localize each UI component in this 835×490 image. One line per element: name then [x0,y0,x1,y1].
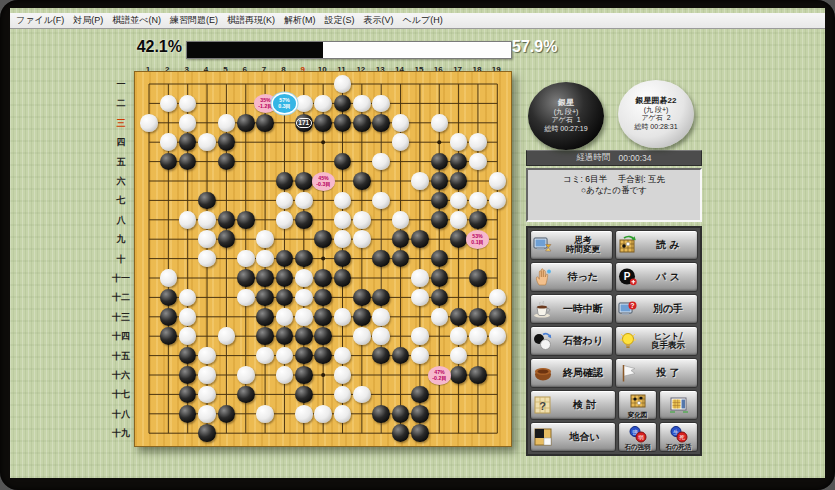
stone-black [334,114,352,132]
stone-white [256,230,274,248]
stone-life-death-button[interactable]: 生死石の死活 [659,422,698,452]
stone-white [334,230,352,248]
stone-white [489,289,507,307]
stone-white [160,133,178,151]
candidate-move-label: 53%0.1目 [466,230,489,249]
stone-white [450,211,468,229]
stone-white [469,192,487,210]
stone-white [411,172,429,190]
stone-white [334,75,352,93]
stone-white [372,327,390,345]
winrate-black-fill [187,42,323,58]
button-row: ?検 討変化図 [530,390,698,420]
candidate-move-label: 45%-0.3目 [312,172,335,191]
stone-black [276,327,294,345]
black-captures: アゲ石 1 [551,116,580,125]
alternative-move-button[interactable]: ?別の手 [615,294,698,324]
stone-black [353,289,371,307]
territory-button[interactable]: 地合い [530,422,616,452]
svg-text:弱: 弱 [638,434,644,440]
stone-black [411,405,429,423]
lightbulb-icon [618,331,638,351]
stone-white [256,347,274,365]
resign-button-label: 投 了 [641,368,695,379]
stone-black [314,347,332,365]
swap-stones-button-label: 石替わり [556,336,610,347]
winrate-bar [186,41,512,59]
stone-black [198,424,216,442]
row-label-4: 四 [112,136,130,149]
stone-white [372,308,390,326]
pause-button[interactable]: 一時中断 [530,294,613,324]
read-ahead-button-label: 読 み [641,240,695,251]
stone-black [179,405,197,423]
pass-icon: P [618,267,638,287]
end-confirm-button[interactable]: 終局確認 [530,358,613,388]
stone-white [295,95,313,113]
stone-white [392,133,410,151]
button-row: 待ったPパ ス [530,262,698,292]
stone-black [256,114,274,132]
stone-white [295,192,313,210]
stone-black [392,230,410,248]
stone-black [160,289,178,307]
svg-text:死: 死 [679,434,685,440]
stone-black [314,269,332,287]
stone-white [198,133,216,151]
stone-black [431,269,449,287]
stone-black [237,386,255,404]
stone-black [198,192,216,210]
read-ahead-button[interactable]: 読 み [615,230,698,260]
menu-item-1[interactable]: 対局(P) [73,14,103,27]
stone-white [489,327,507,345]
row-label-8: 八 [112,214,130,227]
menu-item-2[interactable]: 棋譜並べ(N) [112,14,161,27]
stone-white [256,250,274,268]
stone-black [431,172,449,190]
territory-icon [533,427,553,447]
stone-black [314,289,332,307]
row-label-7: 七 [112,194,130,207]
stone-black [314,327,332,345]
pause-button-label: 一時中断 [556,304,610,315]
pass-button[interactable]: Pパ ス [615,262,698,292]
turn-indicator-line: ○あなたの番です [528,185,700,196]
stone-black [469,366,487,384]
stone-black [256,289,274,307]
stone-white [334,308,352,326]
menu-item-6[interactable]: 設定(S) [325,14,355,27]
stone-life-death-button-label: 石の死活 [665,444,691,451]
stone-strength-button[interactable]: 強弱石の強弱 [618,422,657,452]
stone-black [392,424,410,442]
stone-black [295,172,313,190]
menu-item-4[interactable]: 棋譜再現(K) [227,14,275,27]
stone-black [314,114,332,132]
stone-white [353,211,371,229]
go-board[interactable]: 17135%-1.2目57%0.3目45%-0.3目53%0.1目47%-0.2… [134,71,512,447]
mini-board-icon [628,392,648,412]
stone-white [198,230,216,248]
stone-white [140,114,158,132]
stone-white [353,386,371,404]
stone-black [353,172,371,190]
stone-white [489,192,507,210]
stone-white [353,230,371,248]
stone-black [295,366,313,384]
black-player-panel: 銀星 (九 段+) アゲ石 1 総時 00:27:19 [528,82,604,150]
stone-black [450,172,468,190]
stone-black [353,114,371,132]
white-captures: アゲ石 2 [641,114,670,123]
stone-white [372,95,390,113]
stone-white [179,114,197,132]
stone-white [237,250,255,268]
white-player-panel: 銀星囲碁22 (九 段+) アゲ石 2 総時 00:28:31 [618,80,694,148]
stone-black [237,269,255,287]
stone-white [295,289,313,307]
app-screen: ファイル(F)対局(P)棋譜並べ(N)練習問題(E)棋譜再現(K)解析(M)設定… [10,8,825,478]
stone-white [295,269,313,287]
row-label-10: 十 [112,253,130,266]
stone-white [295,308,313,326]
stone-white [334,366,352,384]
variation-diagram-button[interactable]: 変化図 [618,390,657,420]
stone-white [489,172,507,190]
stone-black [295,211,313,229]
menu-item-5[interactable]: 解析(M) [284,14,316,27]
end-confirm-button-label: 終局確認 [556,368,610,379]
flag-icon [618,363,638,383]
white-player-rank: (九 段+) [644,106,669,115]
game-info-box: コミ: 6目半 手合割: 互先 ○あなたの番です [526,168,702,222]
stone-white [334,211,352,229]
stone-white [392,114,410,132]
stone-white [353,95,371,113]
stone-black [431,211,449,229]
swap-stones-icon [533,331,553,351]
stone-white [411,269,429,287]
row-label-9: 九 [112,233,130,246]
white-total-time: 総時 00:28:31 [634,123,677,132]
hint-button-label: ヒント/ 良手表示 [641,332,695,351]
button-row: 地合い強弱石の強弱生死石の死活 [530,422,698,452]
stone-black [450,308,468,326]
row-label-2: 二 [112,97,130,110]
board-question-icon: ? [533,395,553,415]
stone-black [218,405,236,423]
stone-black [218,133,236,151]
window-layout-icon [669,395,689,415]
elapsed-time-value: 00:00:34 [618,153,651,163]
stone-white [256,405,274,423]
komi-handicap-line: コミ: 6目半 手合割: 互先 [528,174,700,185]
stone-black [237,114,255,132]
hint-button[interactable]: ヒント/ 良手表示 [615,326,698,356]
undo-button[interactable]: 待った [530,262,613,292]
stone-white [179,308,197,326]
stone-white [411,347,429,365]
stone-black [431,192,449,210]
stone-black [160,327,178,345]
row-label-17: 十七 [112,388,130,401]
button-row: 一時中断?別の手 [530,294,698,324]
menu-item-8[interactable]: ヘルプ(H) [403,14,443,27]
coffee-icon [533,299,553,319]
row-label-11: 十一 [112,272,130,285]
stone-strength-button-label: 石の強弱 [624,444,650,451]
stone-black [372,114,390,132]
bowl-icon [533,363,553,383]
stone-white [431,308,449,326]
elapsed-time-bar: 経過時間 00:00:34 [526,150,702,166]
last-move-number-marker: 171 [295,114,313,132]
row-label-14: 十四 [112,330,130,343]
swap-stones-button[interactable]: 石替わり [530,326,613,356]
menu-item-3[interactable]: 練習問題(E) [170,14,218,27]
stone-black [431,289,449,307]
stone-white [276,366,294,384]
stone-black [218,211,236,229]
stone-black [160,308,178,326]
stone-white [218,114,236,132]
thinking-time-button-label: 思考 時間変更 [556,236,610,255]
stone-black [237,211,255,229]
stone-black [276,269,294,287]
stone-black [256,269,274,287]
variation-diagram-button-label: 変化図 [628,412,648,419]
stone-black [372,405,390,423]
row-label-18: 十八 [112,408,130,421]
stone-white [198,250,216,268]
button-row: 石替わりヒント/ 良手表示 [530,326,698,356]
stone-black [295,386,313,404]
stone-black [256,327,274,345]
stone-black [450,366,468,384]
stone-black [314,308,332,326]
resign-button[interactable]: 投 了 [615,358,698,388]
stone-black [256,308,274,326]
row-label-1: 一 [112,78,130,91]
stone-white [276,211,294,229]
candidate-move-label: 47%-0.2目 [428,366,451,385]
row-label-12: 十二 [112,291,130,304]
stone-white [334,405,352,423]
menu-bar: ファイル(F)対局(P)棋譜並べ(N)練習問題(E)棋譜再現(K)解析(M)設定… [10,13,825,29]
black-winrate-label: 42.1% [128,38,182,56]
button-pair: 変化図 [618,390,698,420]
stone-black [469,308,487,326]
stone-black [295,250,313,268]
black-total-time: 総時 00:27:19 [544,125,587,134]
stone-black [392,405,410,423]
stone-white [237,366,255,384]
territory-button-label: 地合い [556,432,613,443]
stone-white [237,289,255,307]
stone-white [160,269,178,287]
stone-white [392,211,410,229]
row-label-13: 十三 [112,311,130,324]
stone-white [431,114,449,132]
stone-white [411,327,429,345]
stone-white [218,327,236,345]
stone-black [469,211,487,229]
thinking-time-button[interactable]: 思考 時間変更 [530,230,613,260]
stone-black [411,230,429,248]
stone-black [469,269,487,287]
stone-black [411,386,429,404]
window-layout-button[interactable] [659,390,698,420]
row-label-16: 十六 [112,369,130,382]
svg-text:?: ? [630,302,634,309]
stone-white [198,211,216,229]
svg-text:P: P [624,271,631,282]
stone-white [179,211,197,229]
stone-black [372,289,390,307]
stone-white [469,133,487,151]
monitor-question-icon: ? [618,299,638,319]
alternative-move-button-label: 別の手 [641,304,695,315]
row-label-3: 三 [112,117,130,130]
stone-white [295,405,313,423]
menu-item-0[interactable]: ファイル(F) [16,14,64,27]
stone-white [314,95,332,113]
row-label-19: 十九 [112,427,130,440]
review-button-label: 検 討 [556,400,613,411]
board-read-icon [618,235,638,255]
stone-black [218,230,236,248]
elapsed-time-label: 経過時間 [576,152,610,164]
pass-button-label: パ ス [641,272,695,283]
stone-black [411,424,429,442]
svg-text:?: ? [539,400,546,412]
menu-item-7[interactable]: 表示(V) [364,14,394,27]
monitor-bezel: ファイル(F)対局(P)棋譜並べ(N)練習問題(E)棋譜再現(K)解析(M)設定… [0,0,835,490]
stone-white [198,405,216,423]
stones-strength-icon: 強弱 [628,424,648,444]
row-label-6: 六 [112,175,130,188]
stone-white [314,405,332,423]
hand-icon [533,267,553,287]
stone-black [295,327,313,345]
stone-black [334,269,352,287]
stone-black [489,308,507,326]
stone-white [469,327,487,345]
stone-black [314,230,332,248]
monitor-hourglass-icon [533,235,553,255]
stone-white [198,386,216,404]
candidate-move-label: 57%0.3目 [273,94,296,113]
white-winrate-label: 57.9% [512,38,557,56]
button-row: 終局確認投 了 [530,358,698,388]
stone-white [372,192,390,210]
stone-black [179,366,197,384]
undo-button-label: 待った [556,272,610,283]
stones-lifedeath-icon: 生死 [669,424,689,444]
row-label-15: 十五 [112,350,130,363]
review-button[interactable]: ?検 討 [530,390,616,420]
stone-white [276,308,294,326]
black-player-name: 銀星 [558,99,574,108]
white-player-name: 銀星囲碁22 [636,97,677,106]
action-button-panel: 思考 時間変更読 み待ったPパ ス一時中断?別の手石替わりヒント/ 良手表示終局… [526,226,702,456]
row-label-5: 五 [112,156,130,169]
button-row: 思考 時間変更読 み [530,230,698,260]
button-pair: 強弱石の強弱生死石の死活 [618,422,698,452]
stone-white [469,153,487,171]
stone-black [353,308,371,326]
stone-white [160,95,178,113]
black-player-rank: (九 段+) [554,108,579,117]
stone-black [295,347,313,365]
stone-white [198,347,216,365]
stone-white [353,327,371,345]
stone-black [276,172,294,190]
stone-white [411,289,429,307]
stone-white [198,366,216,384]
